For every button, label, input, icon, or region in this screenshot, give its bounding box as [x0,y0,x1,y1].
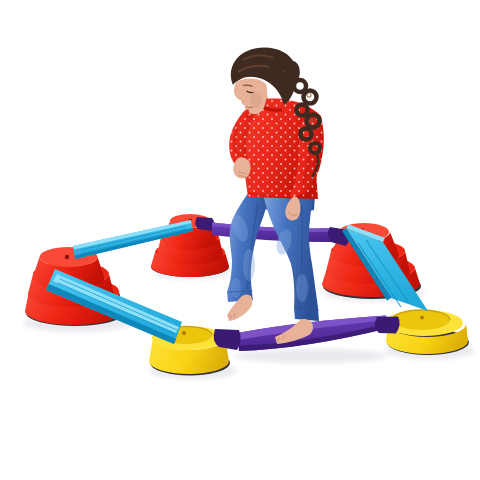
cheek-shading [250,92,262,108]
plank-connector-right [375,317,400,334]
jeans-wash-patch [296,274,308,302]
stone-top-hole [65,255,69,259]
balance-course-scene [0,0,480,480]
plank-connector-left [195,217,214,231]
product-photo-canvas [0,0,480,480]
jeans-wash-patch [231,278,241,298]
nostril [242,101,243,102]
bottom-plank-shadow [235,349,387,363]
jeans-wash-patch [243,249,255,281]
stone-top-hole [420,316,424,320]
stone-top-hole [182,331,186,335]
